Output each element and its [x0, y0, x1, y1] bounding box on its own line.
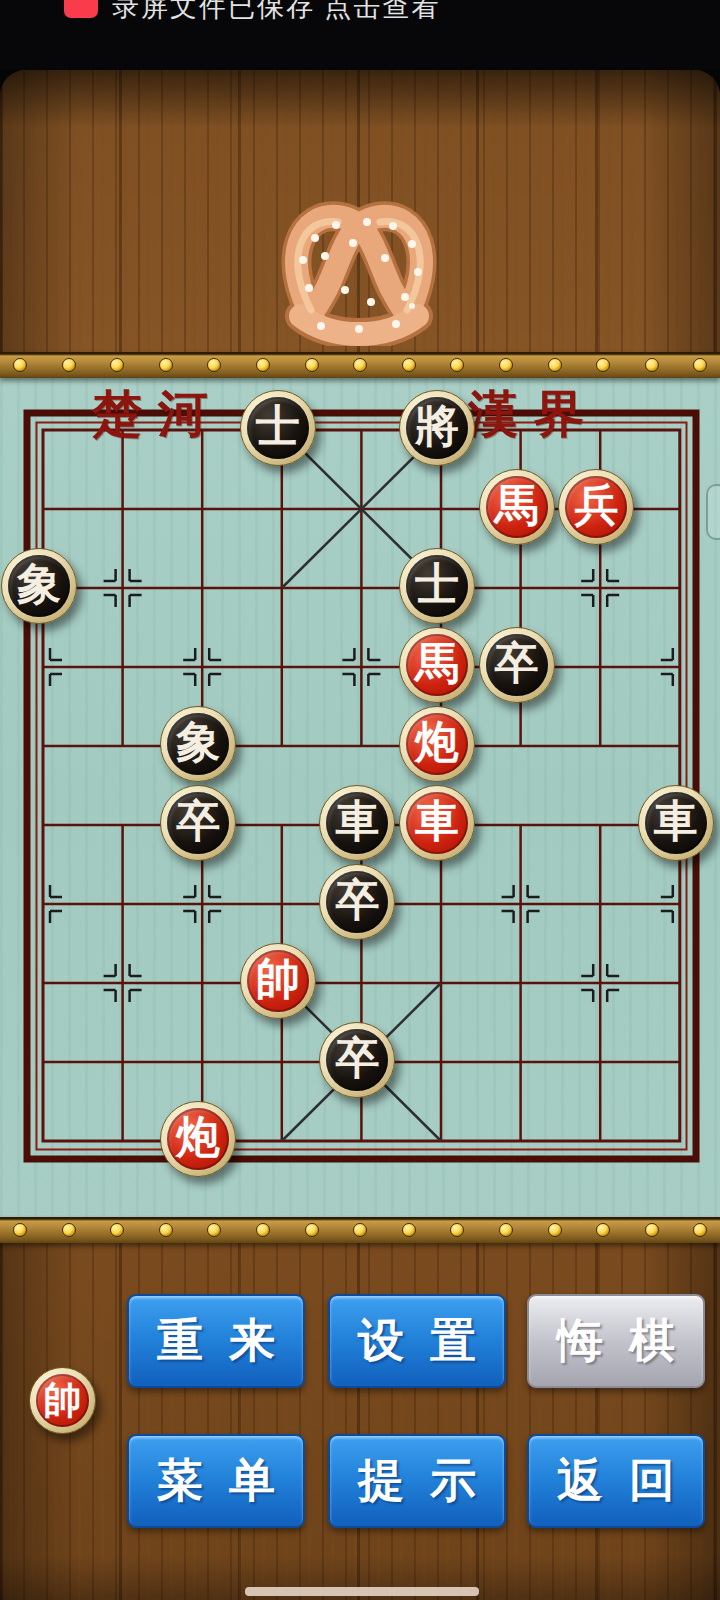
- piece-black-advisor[interactable]: 士: [240, 390, 316, 466]
- piece-glyph: 炮: [415, 721, 459, 765]
- hint-button[interactable]: 提示: [328, 1434, 506, 1528]
- river-label-left: 楚河: [92, 381, 224, 448]
- gold-stud: [159, 358, 173, 372]
- screen-record-notification[interactable]: 录屏文件已保存 点击查看: [0, 0, 720, 70]
- piece-glyph: 士: [415, 563, 459, 607]
- gold-stud: [596, 1223, 610, 1237]
- piece-glyph: 車: [654, 800, 698, 844]
- gold-stud: [13, 358, 27, 372]
- piece-black-soldier[interactable]: 卒: [319, 1022, 395, 1098]
- gold-stud: [159, 1223, 173, 1237]
- gold-stud: [499, 358, 513, 372]
- gold-stud: [450, 1223, 464, 1237]
- piece-glyph: 卒: [495, 642, 539, 686]
- piece-glyph: 帥: [256, 958, 300, 1002]
- piece-red-cannon[interactable]: 炮: [160, 1101, 236, 1177]
- gesture-bar[interactable]: [245, 1587, 479, 1596]
- menu-button[interactable]: 菜单: [127, 1434, 305, 1528]
- gold-stud: [402, 1223, 416, 1237]
- gold-stud: [62, 358, 76, 372]
- piece-glyph: 車: [335, 800, 379, 844]
- pretzel-decoration: [281, 198, 437, 346]
- gold-stud: [450, 358, 464, 372]
- undo-button[interactable]: 悔棋: [527, 1294, 705, 1388]
- settings-button[interactable]: 设置: [328, 1294, 506, 1388]
- piece-black-soldier[interactable]: 卒: [160, 785, 236, 861]
- piece-red-horse[interactable]: 馬: [399, 627, 475, 703]
- piece-glyph: 士: [256, 405, 300, 449]
- gold-stud: [596, 358, 610, 372]
- piece-glyph: 卒: [176, 800, 220, 844]
- piece-glyph: 馬: [415, 642, 459, 686]
- gold-stud: [645, 1223, 659, 1237]
- status-bar: 录屏文件已保存 点击查看: [0, 0, 720, 70]
- piece-glyph: 將: [415, 405, 459, 449]
- piece-black-elephant[interactable]: 象: [1, 548, 77, 624]
- gold-stud: [110, 358, 124, 372]
- turn-indicator-glyph: 帥: [44, 1381, 82, 1419]
- gold-stud: [110, 1223, 124, 1237]
- turn-indicator-red-general: 帥: [29, 1367, 96, 1434]
- xiangqi-app-screen: { "game": "xiangqi", "status_bar": { "no…: [0, 0, 720, 1600]
- back-button[interactable]: 返回: [527, 1434, 705, 1528]
- piece-black-chariot[interactable]: 車: [319, 785, 395, 861]
- piece-glyph: 兵: [574, 484, 618, 528]
- restart-button[interactable]: 重来: [127, 1294, 305, 1388]
- piece-black-general[interactable]: 將: [399, 390, 475, 466]
- piece-glyph: 車: [415, 800, 459, 844]
- gold-stud: [207, 358, 221, 372]
- piece-black-elephant[interactable]: 象: [160, 706, 236, 782]
- gold-stud: [548, 358, 562, 372]
- piece-glyph: 象: [176, 721, 220, 765]
- gold-stud: [693, 1223, 707, 1237]
- gold-stud: [13, 1223, 27, 1237]
- gold-stud: [207, 1223, 221, 1237]
- piece-glyph: 炮: [176, 1116, 220, 1160]
- piece-red-horse[interactable]: 馬: [479, 469, 555, 545]
- gold-stud: [256, 358, 270, 372]
- gold-stud: [693, 358, 707, 372]
- piece-black-chariot[interactable]: 車: [638, 785, 714, 861]
- piece-red-general[interactable]: 帥: [240, 943, 316, 1019]
- piece-red-chariot[interactable]: 車: [399, 785, 475, 861]
- piece-glyph: 馬: [495, 484, 539, 528]
- piece-red-cannon[interactable]: 炮: [399, 706, 475, 782]
- screen-record-icon: [64, 0, 98, 18]
- notification-text: 录屏文件已保存 点击查看: [112, 0, 441, 25]
- piece-glyph: 象: [17, 563, 61, 607]
- gold-stud: [305, 358, 319, 372]
- gold-stud-rail-bottom: [0, 1217, 720, 1243]
- piece-black-soldier[interactable]: 卒: [479, 627, 555, 703]
- piece-black-advisor[interactable]: 士: [399, 548, 475, 624]
- gold-stud: [645, 358, 659, 372]
- piece-glyph: 卒: [335, 879, 379, 923]
- gold-stud: [499, 1223, 513, 1237]
- gold-stud: [256, 1223, 270, 1237]
- gold-stud: [353, 358, 367, 372]
- piece-black-soldier[interactable]: 卒: [319, 864, 395, 940]
- xiangqi-board[interactable]: 楚河 漢界 士將馬兵象士馬卒象炮卒車車車卒帥卒炮: [0, 378, 720, 1217]
- gold-stud: [353, 1223, 367, 1237]
- piece-red-soldier[interactable]: 兵: [558, 469, 634, 545]
- gold-stud: [548, 1223, 562, 1237]
- piece-glyph: 卒: [335, 1037, 379, 1081]
- gold-stud-rail-top: [0, 352, 720, 378]
- gold-stud: [305, 1223, 319, 1237]
- edge-assistant-handle[interactable]: [706, 484, 720, 540]
- gold-stud: [402, 358, 416, 372]
- gold-stud: [62, 1223, 76, 1237]
- river-label-right: 漢界: [468, 381, 600, 448]
